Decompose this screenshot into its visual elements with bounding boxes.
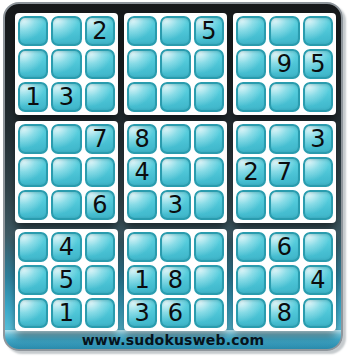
- cell-r3c4[interactable]: [127, 82, 157, 112]
- cell-r8c3[interactable]: [85, 265, 115, 295]
- cell-r6c5[interactable]: 3: [160, 190, 190, 220]
- cell-r6c9[interactable]: [303, 190, 333, 220]
- cell-r3c3[interactable]: [85, 82, 115, 112]
- cell-r2c6[interactable]: [194, 49, 224, 79]
- cell-r3c7[interactable]: [236, 82, 266, 112]
- cell-r6c4[interactable]: [127, 190, 157, 220]
- cell-r5c3[interactable]: [85, 157, 115, 187]
- cell-r4c5[interactable]: [160, 124, 190, 154]
- box-3-2: 1836: [124, 229, 227, 331]
- cell-r4c8[interactable]: [269, 124, 299, 154]
- cell-r2c5[interactable]: [160, 49, 190, 79]
- cell-r4c3[interactable]: 7: [85, 124, 115, 154]
- cell-r9c3[interactable]: [85, 298, 115, 328]
- cell-r8c1[interactable]: [18, 265, 48, 295]
- footer-band: www.sudokusweb.com: [5, 330, 341, 349]
- cell-r7c7[interactable]: [236, 232, 266, 262]
- cell-r6c2[interactable]: [51, 190, 81, 220]
- cell-r2c4[interactable]: [127, 49, 157, 79]
- sudoku-grid: 213595768433274511836648: [15, 13, 336, 331]
- cell-r5c8[interactable]: 7: [269, 157, 299, 187]
- box-3-3: 648: [233, 229, 336, 331]
- box-1-2: 5: [124, 13, 227, 115]
- cell-r4c6[interactable]: [194, 124, 224, 154]
- cell-r3c9[interactable]: [303, 82, 333, 112]
- cell-r8c2[interactable]: 5: [51, 265, 81, 295]
- cell-r2c7[interactable]: [236, 49, 266, 79]
- cell-r2c8[interactable]: 9: [269, 49, 299, 79]
- cell-r4c9[interactable]: 3: [303, 124, 333, 154]
- cell-r4c7[interactable]: [236, 124, 266, 154]
- cell-r1c1[interactable]: [18, 16, 48, 46]
- cell-r8c8[interactable]: [269, 265, 299, 295]
- cell-r1c2[interactable]: [51, 16, 81, 46]
- cell-r5c4[interactable]: 4: [127, 157, 157, 187]
- cell-r1c3[interactable]: 2: [85, 16, 115, 46]
- sudoku-board-frame: 213595768433274511836648 www.sudokusweb.…: [3, 2, 343, 351]
- site-url: www.sudokusweb.com: [82, 332, 265, 348]
- cell-r6c8[interactable]: [269, 190, 299, 220]
- cell-r9c4[interactable]: 3: [127, 298, 157, 328]
- cell-r4c1[interactable]: [18, 124, 48, 154]
- cell-r9c2[interactable]: 1: [51, 298, 81, 328]
- cell-r1c5[interactable]: [160, 16, 190, 46]
- box-3-1: 451: [15, 229, 118, 331]
- cell-r5c9[interactable]: [303, 157, 333, 187]
- cell-r5c7[interactable]: 2: [236, 157, 266, 187]
- cell-r8c6[interactable]: [194, 265, 224, 295]
- cell-r6c7[interactable]: [236, 190, 266, 220]
- box-2-2: 843: [124, 121, 227, 223]
- cell-r5c5[interactable]: [160, 157, 190, 187]
- cell-r1c6[interactable]: 5: [194, 16, 224, 46]
- cell-r7c3[interactable]: [85, 232, 115, 262]
- cell-r9c6[interactable]: [194, 298, 224, 328]
- cell-r3c5[interactable]: [160, 82, 190, 112]
- box-1-1: 213: [15, 13, 118, 115]
- cell-r3c8[interactable]: [269, 82, 299, 112]
- cell-r8c7[interactable]: [236, 265, 266, 295]
- cell-r9c9[interactable]: [303, 298, 333, 328]
- cell-r9c7[interactable]: [236, 298, 266, 328]
- cell-r9c8[interactable]: 8: [269, 298, 299, 328]
- cell-r7c1[interactable]: [18, 232, 48, 262]
- cell-r7c4[interactable]: [127, 232, 157, 262]
- cell-r3c6[interactable]: [194, 82, 224, 112]
- cell-r3c2[interactable]: 3: [51, 82, 81, 112]
- cell-r6c6[interactable]: [194, 190, 224, 220]
- cell-r2c2[interactable]: [51, 49, 81, 79]
- cell-r1c7[interactable]: [236, 16, 266, 46]
- box-1-3: 95: [233, 13, 336, 115]
- cell-r8c9[interactable]: 4: [303, 265, 333, 295]
- box-2-3: 327: [233, 121, 336, 223]
- cell-r7c8[interactable]: 6: [269, 232, 299, 262]
- box-2-1: 76: [15, 121, 118, 223]
- cell-r7c9[interactable]: [303, 232, 333, 262]
- cell-r8c4[interactable]: 1: [127, 265, 157, 295]
- cell-r9c5[interactable]: 6: [160, 298, 190, 328]
- cell-r6c1[interactable]: [18, 190, 48, 220]
- cell-r1c9[interactable]: [303, 16, 333, 46]
- cell-r5c1[interactable]: [18, 157, 48, 187]
- cell-r4c4[interactable]: 8: [127, 124, 157, 154]
- cell-r2c9[interactable]: 5: [303, 49, 333, 79]
- cell-r5c2[interactable]: [51, 157, 81, 187]
- cell-r2c3[interactable]: [85, 49, 115, 79]
- cell-r4c2[interactable]: [51, 124, 81, 154]
- cell-r7c2[interactable]: 4: [51, 232, 81, 262]
- cell-r5c6[interactable]: [194, 157, 224, 187]
- cell-r6c3[interactable]: 6: [85, 190, 115, 220]
- cell-r2c1[interactable]: [18, 49, 48, 79]
- cell-r1c8[interactable]: [269, 16, 299, 46]
- cell-r3c1[interactable]: 1: [18, 82, 48, 112]
- cell-r7c5[interactable]: [160, 232, 190, 262]
- cell-r9c1[interactable]: [18, 298, 48, 328]
- cell-r1c4[interactable]: [127, 16, 157, 46]
- cell-r7c6[interactable]: [194, 232, 224, 262]
- cell-r8c5[interactable]: 8: [160, 265, 190, 295]
